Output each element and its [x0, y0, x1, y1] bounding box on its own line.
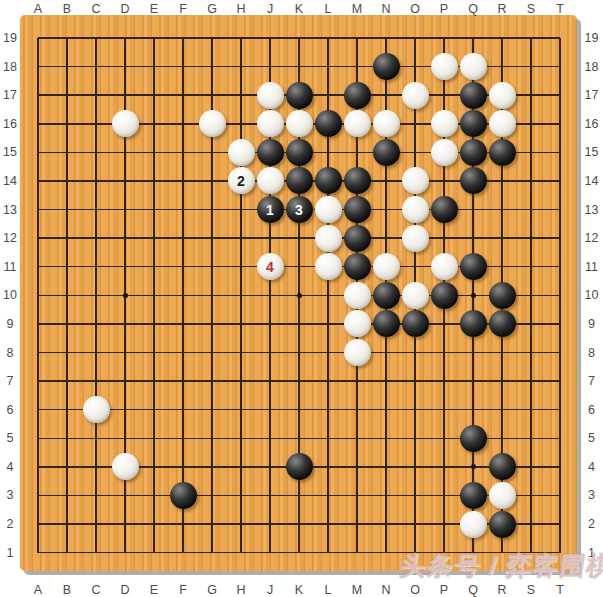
intersection-R14: [488, 167, 517, 196]
intersection-G3: [198, 481, 227, 510]
intersection-S9: [517, 310, 546, 339]
intersection-K8: [285, 338, 314, 367]
row-label-left-19: 19: [0, 24, 20, 53]
black-stone-Q15: [460, 139, 487, 166]
intersection-K6: [285, 395, 314, 424]
intersection-N9: [372, 310, 401, 339]
intersection-S5: [517, 424, 546, 453]
intersection-B5: [53, 424, 82, 453]
row-label-left-7: 7: [0, 367, 20, 396]
row-label-left-5: 5: [0, 424, 20, 453]
white-stone-M9: [344, 310, 371, 337]
intersection-C15: [82, 138, 111, 167]
intersection-C6: [82, 395, 111, 424]
row-label-right-6: 6: [580, 395, 603, 424]
col-label-bottom-K: K: [285, 582, 314, 597]
row-label-right-14: 14: [580, 167, 603, 196]
row-label-left-3: 3: [0, 481, 20, 510]
intersection-D15: [111, 138, 140, 167]
intersection-K13: 3: [285, 195, 314, 224]
intersection-M6: [343, 395, 372, 424]
intersection-R13: [488, 195, 517, 224]
intersection-O19: [401, 24, 430, 53]
col-label-top-G: G: [198, 1, 227, 16]
row-label-right-3: 3: [580, 481, 603, 510]
col-label-top-L: L: [314, 1, 343, 16]
intersection-K1: [285, 538, 314, 567]
intersection-E16: [140, 109, 169, 138]
intersection-M10: [343, 281, 372, 310]
intersection-C10: [82, 281, 111, 310]
intersection-Q17: [459, 81, 488, 110]
coordinates-top: ABCDEFGHJKLMNOPQRST: [24, 1, 575, 16]
black-stone-M13: [344, 196, 371, 223]
intersection-T9: [546, 310, 575, 339]
white-stone-R3: [489, 482, 516, 509]
intersection-H5: [227, 424, 256, 453]
star-point-D10: [123, 293, 128, 298]
col-label-bottom-S: S: [517, 582, 546, 597]
intersection-M5: [343, 424, 372, 453]
intersection-K17: [285, 81, 314, 110]
intersection-T11: [546, 252, 575, 281]
intersection-S3: [517, 481, 546, 510]
intersection-P16: [430, 109, 459, 138]
intersection-M4: [343, 453, 372, 482]
col-label-bottom-N: N: [372, 582, 401, 597]
white-stone-Q2: [460, 511, 487, 538]
black-stone-M17: [344, 82, 371, 109]
intersection-P6: [430, 395, 459, 424]
col-label-bottom-J: J: [256, 582, 285, 597]
white-stone-M8: [344, 339, 371, 366]
intersection-H7: [227, 367, 256, 396]
intersection-T14: [546, 167, 575, 196]
intersection-G11: [198, 252, 227, 281]
intersection-H3: [227, 481, 256, 510]
intersection-D19: [111, 24, 140, 53]
col-label-bottom-Q: Q: [459, 582, 488, 597]
col-label-bottom-B: B: [53, 582, 82, 597]
intersection-J7: [256, 367, 285, 396]
black-stone-J15: [257, 139, 284, 166]
col-label-bottom-A: A: [24, 582, 53, 597]
col-label-bottom-M: M: [343, 582, 372, 597]
intersection-A2: [24, 510, 53, 539]
intersection-C1: [82, 538, 111, 567]
intersection-M12: [343, 224, 372, 253]
intersection-J16: [256, 109, 285, 138]
intersection-F19: [169, 24, 198, 53]
intersection-F3: [169, 481, 198, 510]
intersection-M2: [343, 510, 372, 539]
black-stone-K13: 3: [286, 196, 313, 223]
intersection-R5: [488, 424, 517, 453]
intersection-A17: [24, 81, 53, 110]
white-stone-P18: [431, 53, 458, 80]
col-label-top-S: S: [517, 1, 546, 16]
intersection-F17: [169, 81, 198, 110]
intersection-J6: [256, 395, 285, 424]
intersection-H9: [227, 310, 256, 339]
intersection-K18: [285, 52, 314, 81]
intersection-M1: [343, 538, 372, 567]
intersection-S7: [517, 367, 546, 396]
intersection-K19: [285, 24, 314, 53]
intersection-O3: [401, 481, 430, 510]
white-stone-O10: [402, 282, 429, 309]
black-stone-M12: [344, 225, 371, 252]
row-label-right-10: 10: [580, 281, 603, 310]
black-stone-F3: [170, 482, 197, 509]
row-label-left-18: 18: [0, 52, 20, 81]
black-stone-Q9: [460, 310, 487, 337]
intersection-K2: [285, 510, 314, 539]
intersection-M3: [343, 481, 372, 510]
intersection-T18: [546, 52, 575, 81]
intersection-T7: [546, 367, 575, 396]
intersection-N12: [372, 224, 401, 253]
intersection-P18: [430, 52, 459, 81]
intersection-E7: [140, 367, 169, 396]
black-stone-Q3: [460, 482, 487, 509]
col-label-top-A: A: [24, 1, 53, 16]
intersection-N1: [372, 538, 401, 567]
intersection-C2: [82, 510, 111, 539]
black-stone-O9: [402, 310, 429, 337]
intersection-K9: [285, 310, 314, 339]
intersection-F4: [169, 453, 198, 482]
intersection-B13: [53, 195, 82, 224]
intersection-F12: [169, 224, 198, 253]
white-stone-P16: [431, 110, 458, 137]
intersection-L1: [314, 538, 343, 567]
intersection-S17: [517, 81, 546, 110]
intersection-L18: [314, 52, 343, 81]
intersection-R15: [488, 138, 517, 167]
row-label-left-1: 1: [0, 538, 20, 567]
intersection-L10: [314, 281, 343, 310]
intersection-E13: [140, 195, 169, 224]
row-label-left-10: 10: [0, 281, 20, 310]
intersection-O6: [401, 395, 430, 424]
intersection-G12: [198, 224, 227, 253]
white-stone-D16: [112, 110, 139, 137]
intersection-L13: [314, 195, 343, 224]
intersection-M17: [343, 81, 372, 110]
intersection-A7: [24, 367, 53, 396]
intersection-L17: [314, 81, 343, 110]
col-label-bottom-C: C: [82, 582, 111, 597]
black-stone-R10: [489, 282, 516, 309]
intersection-L14: [314, 167, 343, 196]
intersection-T5: [546, 424, 575, 453]
black-stone-N10: [373, 282, 400, 309]
white-stone-Q18: [460, 53, 487, 80]
intersection-R7: [488, 367, 517, 396]
intersection-P12: [430, 224, 459, 253]
intersection-H17: [227, 81, 256, 110]
intersection-R18: [488, 52, 517, 81]
row-label-right-15: 15: [580, 138, 603, 167]
col-label-top-Q: Q: [459, 1, 488, 16]
intersection-Q16: [459, 109, 488, 138]
white-stone-R17: [489, 82, 516, 109]
row-label-left-13: 13: [0, 195, 20, 224]
intersection-F8: [169, 338, 198, 367]
col-label-top-T: T: [546, 1, 575, 16]
intersection-N7: [372, 367, 401, 396]
intersection-E19: [140, 24, 169, 53]
intersection-D5: [111, 424, 140, 453]
intersection-H8: [227, 338, 256, 367]
row-label-left-9: 9: [0, 310, 20, 339]
intersection-L6: [314, 395, 343, 424]
intersection-B4: [53, 453, 82, 482]
white-stone-N11: [373, 253, 400, 280]
col-label-bottom-O: O: [401, 582, 430, 597]
intersection-G5: [198, 424, 227, 453]
intersection-M13: [343, 195, 372, 224]
intersection-S11: [517, 252, 546, 281]
intersection-E4: [140, 453, 169, 482]
intersection-T4: [546, 453, 575, 482]
intersection-B17: [53, 81, 82, 110]
black-stone-R4: [489, 453, 516, 480]
intersection-Q12: [459, 224, 488, 253]
intersection-E6: [140, 395, 169, 424]
intersection-G8: [198, 338, 227, 367]
black-stone-Q14: [460, 167, 487, 194]
row-label-left-16: 16: [0, 109, 20, 138]
intersection-A16: [24, 109, 53, 138]
intersection-K10: [285, 281, 314, 310]
intersection-Q18: [459, 52, 488, 81]
white-stone-D4: [112, 453, 139, 480]
intersection-T16: [546, 109, 575, 138]
col-label-bottom-E: E: [140, 582, 169, 597]
white-stone-L12: [315, 225, 342, 252]
intersection-H15: [227, 138, 256, 167]
col-label-top-H: H: [227, 1, 256, 16]
intersection-M14: [343, 167, 372, 196]
black-stone-P10: [431, 282, 458, 309]
intersection-E5: [140, 424, 169, 453]
intersection-Q7: [459, 367, 488, 396]
intersection-C18: [82, 52, 111, 81]
intersection-A14: [24, 167, 53, 196]
intersection-P10: [430, 281, 459, 310]
intersection-R3: [488, 481, 517, 510]
intersection-D8: [111, 338, 140, 367]
row-label-left-6: 6: [0, 395, 20, 424]
row-label-right-7: 7: [580, 367, 603, 396]
white-stone-J11: 4: [257, 253, 284, 280]
intersection-D14: [111, 167, 140, 196]
intersection-Q19: [459, 24, 488, 53]
intersection-A3: [24, 481, 53, 510]
intersection-N14: [372, 167, 401, 196]
intersection-C11: [82, 252, 111, 281]
intersection-M9: [343, 310, 372, 339]
intersection-E14: [140, 167, 169, 196]
row-label-right-9: 9: [580, 310, 603, 339]
white-stone-H15: [228, 139, 255, 166]
intersection-A8: [24, 338, 53, 367]
intersection-M19: [343, 24, 372, 53]
black-stone-R2: [489, 511, 516, 538]
intersection-H13: [227, 195, 256, 224]
col-label-top-B: B: [53, 1, 82, 16]
intersection-H19: [227, 24, 256, 53]
intersection-O18: [401, 52, 430, 81]
intersection-L2: [314, 510, 343, 539]
intersection-Q2: [459, 510, 488, 539]
col-label-bottom-R: R: [488, 582, 517, 597]
intersection-R11: [488, 252, 517, 281]
intersection-S4: [517, 453, 546, 482]
row-label-right-8: 8: [580, 338, 603, 367]
intersection-Q8: [459, 338, 488, 367]
intersection-Q6: [459, 395, 488, 424]
col-label-top-C: C: [82, 1, 111, 16]
intersection-J13: 1: [256, 195, 285, 224]
intersection-O16: [401, 109, 430, 138]
intersection-M16: [343, 109, 372, 138]
intersection-Q15: [459, 138, 488, 167]
white-stone-O17: [402, 82, 429, 109]
intersection-D18: [111, 52, 140, 81]
intersection-J3: [256, 481, 285, 510]
intersection-J4: [256, 453, 285, 482]
intersection-H12: [227, 224, 256, 253]
intersection-N13: [372, 195, 401, 224]
intersection-J8: [256, 338, 285, 367]
intersection-S16: [517, 109, 546, 138]
col-label-top-P: P: [430, 1, 459, 16]
intersection-C9: [82, 310, 111, 339]
row-label-right-2: 2: [580, 510, 603, 539]
intersection-Q14: [459, 167, 488, 196]
intersection-A18: [24, 52, 53, 81]
intersection-E9: [140, 310, 169, 339]
white-stone-J14: [257, 167, 284, 194]
intersection-C5: [82, 424, 111, 453]
black-stone-L16: [315, 110, 342, 137]
star-point-Q10: [471, 293, 476, 298]
intersection-N5: [372, 424, 401, 453]
row-label-right-5: 5: [580, 424, 603, 453]
intersection-R17: [488, 81, 517, 110]
intersection-F14: [169, 167, 198, 196]
intersection-G2: [198, 510, 227, 539]
intersection-G9: [198, 310, 227, 339]
intersection-L19: [314, 24, 343, 53]
intersection-M7: [343, 367, 372, 396]
intersection-C4: [82, 453, 111, 482]
intersection-K7: [285, 367, 314, 396]
intersection-A10: [24, 281, 53, 310]
col-label-top-O: O: [401, 1, 430, 16]
intersection-P9: [430, 310, 459, 339]
intersection-P11: [430, 252, 459, 281]
col-label-top-R: R: [488, 1, 517, 16]
intersection-D2: [111, 510, 140, 539]
intersection-E12: [140, 224, 169, 253]
intersection-R2: [488, 510, 517, 539]
intersection-M8: [343, 338, 372, 367]
col-label-bottom-P: P: [430, 582, 459, 597]
intersection-P19: [430, 24, 459, 53]
intersection-L11: [314, 252, 343, 281]
intersection-A1: [24, 538, 53, 567]
intersection-S15: [517, 138, 546, 167]
intersection-B11: [53, 252, 82, 281]
col-label-bottom-D: D: [111, 582, 140, 597]
white-stone-L13: [315, 196, 342, 223]
intersection-F1: [169, 538, 198, 567]
intersection-N15: [372, 138, 401, 167]
intersection-P15: [430, 138, 459, 167]
intersection-J17: [256, 81, 285, 110]
intersection-L4: [314, 453, 343, 482]
intersection-B16: [53, 109, 82, 138]
black-stone-R15: [489, 139, 516, 166]
intersection-D16: [111, 109, 140, 138]
star-point-K10: [297, 293, 302, 298]
col-label-top-N: N: [372, 1, 401, 16]
go-diagram-page: 2134 ABCDEFGHJKLMNOPQRST ABCDEFGHJKLMNOP…: [0, 0, 603, 597]
intersection-M11: [343, 252, 372, 281]
intersection-D1: [111, 538, 140, 567]
intersection-A15: [24, 138, 53, 167]
intersection-L12: [314, 224, 343, 253]
board-grid: 2134: [24, 24, 575, 567]
intersection-H1: [227, 538, 256, 567]
intersection-D10: [111, 281, 140, 310]
intersection-C8: [82, 338, 111, 367]
row-label-right-18: 18: [580, 52, 603, 81]
black-stone-M11: [344, 253, 371, 280]
intersection-D12: [111, 224, 140, 253]
intersection-R16: [488, 109, 517, 138]
intersection-D17: [111, 81, 140, 110]
row-label-right-17: 17: [580, 81, 603, 110]
intersection-B14: [53, 167, 82, 196]
intersection-F2: [169, 510, 198, 539]
intersection-D3: [111, 481, 140, 510]
coordinates-left: 19181716151413121110987654321: [0, 24, 20, 567]
intersection-J11: 4: [256, 252, 285, 281]
intersection-E8: [140, 338, 169, 367]
row-label-right-19: 19: [580, 24, 603, 53]
intersection-F15: [169, 138, 198, 167]
intersection-S6: [517, 395, 546, 424]
intersection-A19: [24, 24, 53, 53]
row-label-left-14: 14: [0, 167, 20, 196]
intersection-A9: [24, 310, 53, 339]
black-stone-Q16: [460, 110, 487, 137]
intersection-E18: [140, 52, 169, 81]
intersection-B15: [53, 138, 82, 167]
watermark-text: 头条号 / 弈客围棋: [398, 549, 603, 584]
intersection-F11: [169, 252, 198, 281]
white-stone-J16: [257, 110, 284, 137]
intersection-T17: [546, 81, 575, 110]
intersection-G1: [198, 538, 227, 567]
col-label-top-E: E: [140, 1, 169, 16]
intersection-R10: [488, 281, 517, 310]
